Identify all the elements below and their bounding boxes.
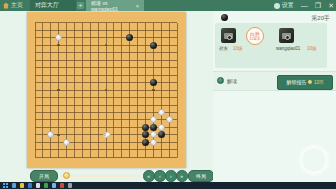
board-point[interactable]	[157, 71, 165, 78]
board-point[interactable]	[78, 146, 86, 153]
board-point[interactable]	[149, 41, 157, 48]
board-point[interactable]	[94, 26, 102, 33]
board-point[interactable]	[70, 79, 78, 86]
board-point[interactable]	[142, 124, 150, 131]
board-point[interactable]	[149, 56, 157, 63]
board-point[interactable]	[110, 101, 118, 108]
board-point[interactable]	[86, 26, 94, 33]
board-point[interactable]	[102, 124, 110, 131]
board-point[interactable]	[47, 116, 55, 123]
board-point[interactable]	[157, 79, 165, 86]
board-point[interactable]	[55, 154, 63, 161]
board-point[interactable]	[63, 139, 71, 146]
board-point[interactable]	[134, 124, 142, 131]
board-point[interactable]	[70, 56, 78, 63]
board-point[interactable]	[86, 154, 94, 161]
board-point[interactable]	[142, 26, 150, 33]
board-point[interactable]	[39, 139, 47, 146]
board-point[interactable]	[47, 64, 55, 71]
board-point[interactable]	[126, 26, 134, 33]
board-point[interactable]	[55, 34, 63, 41]
board-point[interactable]	[173, 34, 181, 41]
board-point[interactable]	[110, 26, 118, 33]
board-point[interactable]	[63, 94, 71, 101]
board-point[interactable]	[126, 86, 134, 93]
board-point[interactable]	[126, 116, 134, 123]
board-point[interactable]	[149, 26, 157, 33]
board-point[interactable]	[78, 101, 86, 108]
board-point[interactable]	[118, 154, 126, 161]
board-point[interactable]	[157, 41, 165, 48]
board-point[interactable]	[110, 71, 118, 78]
board-point[interactable]	[63, 19, 71, 26]
board-point[interactable]	[94, 41, 102, 48]
board-point[interactable]	[39, 101, 47, 108]
taskbar-app-icon[interactable]	[12, 183, 17, 188]
board-point[interactable]	[31, 131, 39, 138]
board-point[interactable]	[39, 49, 47, 56]
board-point[interactable]	[110, 56, 118, 63]
board-point[interactable]	[173, 41, 181, 48]
board-point[interactable]	[78, 64, 86, 71]
board-point[interactable]	[134, 154, 142, 161]
board-point[interactable]	[126, 71, 134, 78]
board-point[interactable]	[102, 139, 110, 146]
board-point[interactable]	[110, 79, 118, 86]
board-point[interactable]	[63, 124, 71, 131]
board-point[interactable]	[173, 131, 181, 138]
board-point[interactable]	[126, 146, 134, 153]
board-point[interactable]	[31, 86, 39, 93]
board-point[interactable]	[86, 101, 94, 108]
board-point[interactable]	[70, 49, 78, 56]
board-point[interactable]	[47, 101, 55, 108]
board-point[interactable]	[102, 71, 110, 78]
taskbar-app-icon[interactable]	[28, 183, 33, 188]
board-point[interactable]	[102, 154, 110, 161]
board-point[interactable]	[94, 34, 102, 41]
board-point[interactable]	[134, 64, 142, 71]
board-point[interactable]	[134, 94, 142, 101]
board-point[interactable]	[157, 146, 165, 153]
board-point[interactable]	[149, 146, 157, 153]
board-point[interactable]	[142, 139, 150, 146]
board-point[interactable]	[70, 109, 78, 116]
board-point[interactable]	[157, 154, 165, 161]
board-point[interactable]	[118, 116, 126, 123]
board-point[interactable]	[165, 116, 173, 123]
taskbar-app-icon[interactable]	[36, 183, 41, 188]
board-point[interactable]	[110, 139, 118, 146]
board-point[interactable]	[165, 86, 173, 93]
board-point[interactable]	[70, 131, 78, 138]
board-point[interactable]	[134, 139, 142, 146]
board-point[interactable]	[55, 101, 63, 108]
board-point[interactable]	[31, 109, 39, 116]
board-point[interactable]	[173, 79, 181, 86]
settings-button[interactable]: 设置	[274, 1, 294, 10]
board-point[interactable]	[63, 26, 71, 33]
board-point[interactable]	[110, 116, 118, 123]
board-point[interactable]	[31, 49, 39, 56]
board-point[interactable]	[78, 79, 86, 86]
board-point[interactable]	[142, 154, 150, 161]
board-point[interactable]	[110, 86, 118, 93]
board-point[interactable]	[165, 131, 173, 138]
board-point[interactable]	[31, 101, 39, 108]
board-point[interactable]	[142, 101, 150, 108]
board-point[interactable]	[102, 19, 110, 26]
board-point[interactable]	[70, 64, 78, 71]
board-point[interactable]	[47, 79, 55, 86]
board-point[interactable]	[63, 154, 71, 161]
board-point[interactable]	[70, 34, 78, 41]
board-point[interactable]	[78, 71, 86, 78]
board-point[interactable]	[118, 19, 126, 26]
board-point[interactable]	[55, 49, 63, 56]
board-point[interactable]	[47, 49, 55, 56]
board-point[interactable]	[55, 139, 63, 146]
maximize-button[interactable]: ❐	[315, 0, 321, 11]
board-point[interactable]	[142, 109, 150, 116]
board-point[interactable]	[173, 116, 181, 123]
unlock-report-button[interactable]: 解锁报告 10币	[277, 75, 333, 90]
board-point[interactable]	[157, 116, 165, 123]
board-point[interactable]	[157, 56, 165, 63]
board-point[interactable]	[47, 109, 55, 116]
board-point[interactable]	[55, 64, 63, 71]
board-point[interactable]	[118, 56, 126, 63]
board-point[interactable]	[47, 34, 55, 41]
board-point[interactable]	[118, 49, 126, 56]
board-point[interactable]	[39, 94, 47, 101]
board-point[interactable]	[110, 124, 118, 131]
board-point[interactable]	[118, 109, 126, 116]
board-point[interactable]	[70, 71, 78, 78]
board-point[interactable]	[55, 124, 63, 131]
board-point[interactable]	[94, 71, 102, 78]
board-point[interactable]	[126, 64, 134, 71]
board-point[interactable]	[149, 101, 157, 108]
board-point[interactable]	[142, 79, 150, 86]
board-point[interactable]	[94, 139, 102, 146]
board-point[interactable]	[157, 64, 165, 71]
board-point[interactable]	[149, 116, 157, 123]
board-point[interactable]	[47, 86, 55, 93]
board-point[interactable]	[94, 56, 102, 63]
board-point[interactable]	[118, 79, 126, 86]
board-point[interactable]	[118, 101, 126, 108]
board-point[interactable]	[39, 79, 47, 86]
nav-last-button[interactable]: »	[176, 170, 188, 182]
board-point[interactable]	[173, 109, 181, 116]
board-point[interactable]	[118, 146, 126, 153]
board-point[interactable]	[110, 94, 118, 101]
board-point[interactable]	[70, 94, 78, 101]
board-point[interactable]	[126, 109, 134, 116]
board-point[interactable]	[165, 34, 173, 41]
board-point[interactable]	[165, 101, 173, 108]
board-point[interactable]	[70, 146, 78, 153]
board-point[interactable]	[63, 146, 71, 153]
board-point[interactable]	[55, 19, 63, 26]
board-point[interactable]	[39, 19, 47, 26]
board-point[interactable]	[165, 154, 173, 161]
board-point[interactable]	[118, 124, 126, 131]
board-point[interactable]	[173, 71, 181, 78]
board-point[interactable]	[102, 26, 110, 33]
board-point[interactable]	[86, 41, 94, 48]
board-point[interactable]	[94, 154, 102, 161]
board-point[interactable]	[102, 109, 110, 116]
board-point[interactable]	[47, 154, 55, 161]
board-point[interactable]	[165, 49, 173, 56]
board-point[interactable]	[142, 64, 150, 71]
board-point[interactable]	[126, 49, 134, 56]
board-point[interactable]	[142, 19, 150, 26]
board-point[interactable]	[149, 94, 157, 101]
board-point[interactable]	[86, 139, 94, 146]
board-point[interactable]	[63, 34, 71, 41]
board-point[interactable]	[63, 101, 71, 108]
new-tab-button[interactable]: +	[77, 2, 84, 9]
board-point[interactable]	[78, 124, 86, 131]
board-point[interactable]	[118, 71, 126, 78]
board-point[interactable]	[126, 101, 134, 108]
board-point[interactable]	[102, 86, 110, 93]
board-point[interactable]	[94, 64, 102, 71]
board-point[interactable]	[149, 124, 157, 131]
board-point[interactable]	[39, 154, 47, 161]
board-point[interactable]	[126, 19, 134, 26]
board-point[interactable]	[55, 94, 63, 101]
board-point[interactable]	[149, 109, 157, 116]
board-point[interactable]	[134, 146, 142, 153]
board-point[interactable]	[173, 56, 181, 63]
board-point[interactable]	[55, 131, 63, 138]
board-point[interactable]	[47, 139, 55, 146]
board-point[interactable]	[102, 94, 110, 101]
board-point[interactable]	[63, 131, 71, 138]
minimize-button[interactable]: —	[301, 0, 308, 11]
board-point[interactable]	[157, 26, 165, 33]
board-point[interactable]	[157, 109, 165, 116]
board-point[interactable]	[157, 139, 165, 146]
taskbar-app-icon[interactable]	[44, 183, 49, 188]
board-point[interactable]	[110, 64, 118, 71]
tab-active-game-record[interactable]: 棋谱 vs wangqiao01 ×	[86, 0, 144, 11]
board-point[interactable]	[86, 86, 94, 93]
board-point[interactable]	[78, 139, 86, 146]
board-point[interactable]	[142, 34, 150, 41]
board-point[interactable]	[110, 34, 118, 41]
board-point[interactable]	[94, 19, 102, 26]
go-to-end-button[interactable]: 终局	[188, 170, 214, 182]
board-point[interactable]	[134, 41, 142, 48]
board-point[interactable]	[110, 19, 118, 26]
board-point[interactable]	[78, 34, 86, 41]
go-to-start-button[interactable]: 开局	[30, 170, 58, 182]
board-point[interactable]	[118, 94, 126, 101]
board-point[interactable]	[63, 86, 71, 93]
board-point[interactable]	[134, 49, 142, 56]
board-point[interactable]	[55, 56, 63, 63]
board-point[interactable]	[134, 26, 142, 33]
board-point[interactable]	[126, 154, 134, 161]
board-point[interactable]	[102, 56, 110, 63]
board-point[interactable]	[70, 19, 78, 26]
board-point[interactable]	[142, 131, 150, 138]
board-point[interactable]	[173, 26, 181, 33]
board-point[interactable]	[70, 41, 78, 48]
board-point[interactable]	[70, 124, 78, 131]
board-point[interactable]	[165, 71, 173, 78]
board-point[interactable]	[173, 146, 181, 153]
board-point[interactable]	[94, 109, 102, 116]
board-point[interactable]	[31, 116, 39, 123]
board-point[interactable]	[31, 94, 39, 101]
board-point[interactable]	[157, 124, 165, 131]
board-point[interactable]	[134, 116, 142, 123]
board-point[interactable]	[165, 146, 173, 153]
nav-prev-button[interactable]: ‹	[154, 170, 166, 182]
taskbar-app-icon[interactable]	[68, 183, 73, 188]
board-point[interactable]	[47, 19, 55, 26]
board-point[interactable]	[102, 34, 110, 41]
board-point[interactable]	[63, 49, 71, 56]
board-point[interactable]	[157, 101, 165, 108]
board-point[interactable]	[86, 131, 94, 138]
board-point[interactable]	[118, 34, 126, 41]
board-point[interactable]	[31, 56, 39, 63]
board-point[interactable]	[126, 131, 134, 138]
board-point[interactable]: 20	[102, 131, 110, 138]
board-point[interactable]	[31, 79, 39, 86]
board-point[interactable]	[70, 139, 78, 146]
board-point[interactable]	[47, 71, 55, 78]
board-point[interactable]	[149, 139, 157, 146]
board-point[interactable]	[78, 41, 86, 48]
board-point[interactable]	[173, 94, 181, 101]
board-point[interactable]	[78, 19, 86, 26]
board-point[interactable]	[63, 56, 71, 63]
board-point[interactable]	[39, 131, 47, 138]
board-point[interactable]	[86, 34, 94, 41]
board-point[interactable]	[31, 26, 39, 33]
board-point[interactable]	[149, 19, 157, 26]
board-point[interactable]	[173, 139, 181, 146]
board-point[interactable]	[63, 71, 71, 78]
board-point[interactable]	[102, 49, 110, 56]
taskbar-app-icon[interactable]	[60, 183, 65, 188]
board-point[interactable]	[157, 49, 165, 56]
board-point[interactable]	[31, 139, 39, 146]
board-point[interactable]	[86, 19, 94, 26]
board-point[interactable]	[110, 109, 118, 116]
board-point[interactable]	[86, 146, 94, 153]
board-point[interactable]	[78, 26, 86, 33]
board-point[interactable]	[39, 116, 47, 123]
board-point[interactable]	[173, 86, 181, 93]
board-point[interactable]	[165, 64, 173, 71]
board-point[interactable]	[149, 154, 157, 161]
taskbar-app-icon[interactable]	[52, 183, 57, 188]
board-point[interactable]	[86, 64, 94, 71]
board-point[interactable]	[47, 26, 55, 33]
board-point[interactable]	[173, 124, 181, 131]
board-point[interactable]	[39, 146, 47, 153]
board-point[interactable]	[78, 56, 86, 63]
board-point[interactable]	[63, 109, 71, 116]
board-point[interactable]	[31, 41, 39, 48]
board-point[interactable]	[118, 86, 126, 93]
board-point[interactable]	[134, 79, 142, 86]
board-point[interactable]	[70, 26, 78, 33]
board-point[interactable]	[47, 56, 55, 63]
board-point[interactable]	[31, 64, 39, 71]
board-point[interactable]	[86, 109, 94, 116]
board-point[interactable]	[70, 116, 78, 123]
board-point[interactable]	[55, 86, 63, 93]
board-point[interactable]	[110, 41, 118, 48]
move-slider[interactable]	[60, 175, 140, 177]
board-point[interactable]	[165, 41, 173, 48]
nav-next-button[interactable]: ›	[165, 170, 177, 182]
board-point[interactable]	[86, 94, 94, 101]
board-point[interactable]	[134, 131, 142, 138]
board-point[interactable]	[126, 79, 134, 86]
board-point[interactable]	[86, 116, 94, 123]
board-point[interactable]	[165, 26, 173, 33]
board-point[interactable]	[102, 101, 110, 108]
board-point[interactable]	[118, 41, 126, 48]
board-point[interactable]	[70, 86, 78, 93]
board-point[interactable]	[39, 41, 47, 48]
board-point[interactable]	[31, 124, 39, 131]
board-point[interactable]	[55, 146, 63, 153]
board-point[interactable]	[31, 71, 39, 78]
board-point[interactable]	[102, 146, 110, 153]
board-point[interactable]	[63, 79, 71, 86]
board-point[interactable]	[173, 64, 181, 71]
board-point[interactable]	[173, 49, 181, 56]
board-point[interactable]	[94, 131, 102, 138]
board-point[interactable]	[55, 41, 63, 48]
board-point[interactable]	[102, 79, 110, 86]
board-point[interactable]	[86, 71, 94, 78]
board-point[interactable]	[149, 64, 157, 71]
board-point[interactable]	[165, 19, 173, 26]
board-point[interactable]	[63, 64, 71, 71]
board-point[interactable]	[110, 49, 118, 56]
board-point[interactable]	[70, 154, 78, 161]
board-point[interactable]	[102, 116, 110, 123]
board-point[interactable]	[94, 146, 102, 153]
board-point[interactable]	[142, 71, 150, 78]
close-button[interactable]: ✕	[328, 0, 334, 11]
board-point[interactable]	[39, 26, 47, 33]
board-point[interactable]	[149, 34, 157, 41]
board-point[interactable]	[55, 71, 63, 78]
board-point[interactable]	[94, 86, 102, 93]
board-point[interactable]	[78, 109, 86, 116]
board-point[interactable]	[173, 19, 181, 26]
board-point[interactable]	[165, 139, 173, 146]
board-point[interactable]	[55, 116, 63, 123]
home-button[interactable]: 主页	[3, 1, 23, 10]
board-point[interactable]	[165, 94, 173, 101]
board-point[interactable]	[142, 94, 150, 101]
